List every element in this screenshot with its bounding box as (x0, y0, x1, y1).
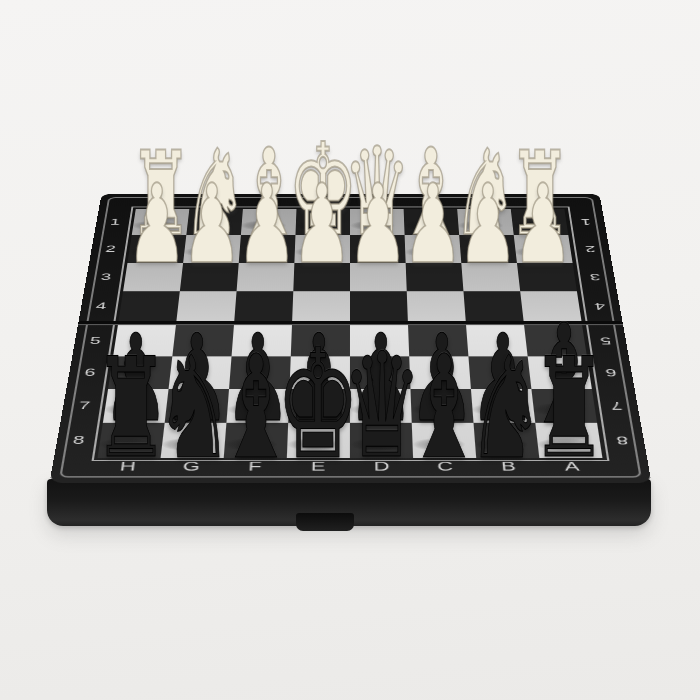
square-f1 (241, 209, 297, 235)
square-c7 (410, 389, 473, 423)
square-a1 (511, 209, 569, 235)
square-h6 (108, 356, 172, 388)
square-a6 (528, 356, 592, 388)
square-f2 (239, 235, 296, 263)
square-g2 (183, 235, 241, 263)
square-d5 (350, 325, 409, 356)
rank-label-right-6: 6 (590, 367, 633, 378)
rank-label-left-8: 8 (56, 434, 101, 446)
square-c5 (408, 325, 468, 356)
square-e5 (291, 325, 350, 356)
file-label-d: D (360, 459, 404, 473)
rank-label-left-6: 6 (68, 367, 111, 378)
square-h2 (127, 235, 186, 263)
square-b6 (468, 356, 531, 388)
file-label-e: E (296, 459, 340, 473)
square-f5 (232, 325, 292, 356)
rank-label-right-2: 2 (571, 244, 611, 253)
square-h1 (132, 209, 190, 235)
square-f7 (226, 389, 289, 423)
square-g3 (180, 263, 239, 292)
square-h4 (119, 291, 180, 321)
square-g8 (161, 423, 227, 458)
square-f8 (224, 423, 288, 458)
square-e1 (295, 209, 350, 235)
square-a3 (517, 263, 577, 292)
square-d4 (350, 291, 408, 321)
square-e4 (292, 291, 350, 321)
rank-label-left-2: 2 (91, 244, 131, 253)
square-a2 (514, 235, 573, 263)
square-h8 (97, 423, 164, 458)
square-e7 (288, 389, 350, 423)
square-f3 (237, 263, 295, 292)
file-label-a: A (549, 459, 595, 473)
rank-label-left-7: 7 (62, 400, 106, 412)
square-a7 (531, 389, 597, 423)
square-e3 (293, 263, 350, 292)
square-g5 (172, 325, 234, 356)
square-b1 (457, 209, 514, 235)
rank-label-left-5: 5 (74, 335, 116, 346)
square-c2 (405, 235, 462, 263)
file-label-b: B (486, 459, 531, 473)
rank-label-left-4: 4 (80, 301, 121, 311)
square-c6 (409, 356, 471, 388)
square-b2 (459, 235, 517, 263)
square-c1 (404, 209, 460, 235)
square-a5 (524, 325, 587, 356)
rank-label-right-1: 1 (567, 217, 606, 226)
square-b5 (466, 325, 528, 356)
square-g4 (176, 291, 236, 321)
square-d2 (350, 235, 406, 263)
square-d1 (350, 209, 405, 235)
rank-label-left-3: 3 (86, 272, 126, 282)
square-h5 (113, 325, 176, 356)
square-h3 (123, 263, 183, 292)
square-b4 (463, 291, 523, 321)
square-f4 (234, 291, 293, 321)
chess-board: 1122334455667788HGFEDCBA (49, 194, 651, 483)
file-label-c: C (423, 459, 468, 473)
square-d3 (350, 263, 407, 292)
square-c3 (406, 263, 464, 292)
square-f6 (229, 356, 291, 388)
square-d7 (350, 389, 412, 423)
square-c8 (412, 423, 476, 458)
rank-label-right-8: 8 (600, 434, 645, 446)
square-b7 (471, 389, 535, 423)
rank-label-right-4: 4 (579, 301, 620, 311)
rank-label-left-1: 1 (96, 217, 135, 226)
square-g7 (165, 389, 229, 423)
square-d8 (350, 423, 413, 458)
rank-label-right-7: 7 (595, 400, 639, 412)
square-d6 (350, 356, 410, 388)
square-a8 (535, 423, 602, 458)
file-label-h: H (105, 459, 151, 473)
rank-label-right-5: 5 (585, 335, 627, 346)
board-clasp-latch (296, 513, 354, 531)
square-h7 (103, 389, 169, 423)
square-e6 (290, 356, 350, 388)
square-g6 (169, 356, 232, 388)
square-e8 (287, 423, 350, 458)
square-a4 (520, 291, 581, 321)
file-label-g: G (169, 459, 214, 473)
board-top-half (119, 209, 582, 321)
square-b3 (461, 263, 520, 292)
board-bottom-half (97, 325, 602, 458)
square-c4 (407, 291, 466, 321)
square-b8 (474, 423, 540, 458)
rank-label-right-3: 3 (575, 272, 615, 282)
square-g1 (186, 209, 243, 235)
file-label-f: F (232, 459, 277, 473)
photo-background: 1122334455667788HGFEDCBA ♜︎♞︎♝︎♚︎♛︎♝︎♞︎♜… (0, 0, 700, 700)
square-e2 (294, 235, 350, 263)
